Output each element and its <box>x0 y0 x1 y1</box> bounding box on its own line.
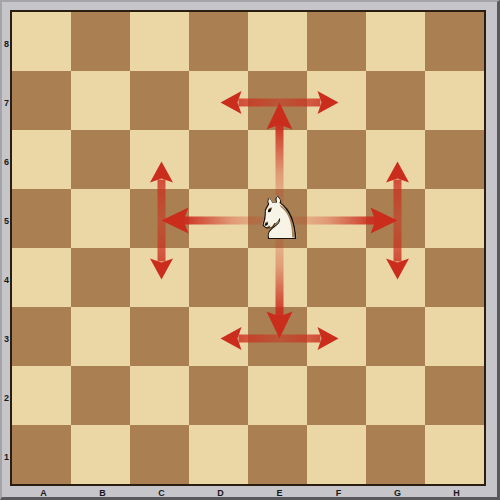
file-label-h: H <box>448 487 466 499</box>
rank-label-1: 1 <box>0 451 13 463</box>
board-frame: 87654321ABCDEFGH ♞ ♘ <box>0 0 500 500</box>
rank-label-5: 5 <box>0 215 13 227</box>
square-a2[interactable] <box>12 366 71 425</box>
square-c8[interactable] <box>130 12 189 71</box>
square-b4[interactable] <box>71 248 130 307</box>
rank-label-4: 4 <box>0 274 13 286</box>
square-e7[interactable] <box>248 71 307 130</box>
file-label-c: C <box>153 487 171 499</box>
square-e2[interactable] <box>248 366 307 425</box>
square-d5[interactable] <box>189 189 248 248</box>
square-a5[interactable] <box>12 189 71 248</box>
square-h8[interactable] <box>425 12 484 71</box>
square-g8[interactable] <box>366 12 425 71</box>
arrow-left-head <box>162 208 189 234</box>
square-b2[interactable] <box>71 366 130 425</box>
arrow-right-branch-head-a <box>386 162 409 183</box>
file-label-a: A <box>35 487 53 499</box>
square-h1[interactable] <box>425 425 484 484</box>
square-d6[interactable] <box>189 130 248 189</box>
square-b7[interactable] <box>71 71 130 130</box>
square-h3[interactable] <box>425 307 484 366</box>
rank-label-3: 3 <box>0 333 13 345</box>
square-g6[interactable] <box>366 130 425 189</box>
file-label-g: G <box>389 487 407 499</box>
arrow-down-branch-head-a <box>221 327 242 350</box>
square-e3[interactable] <box>248 307 307 366</box>
square-b1[interactable] <box>71 425 130 484</box>
square-c5[interactable] <box>130 189 189 248</box>
arrow-right-branch-shaft <box>394 180 402 262</box>
square-f1[interactable] <box>307 425 366 484</box>
arrow-left-branch-head-a <box>150 162 173 183</box>
square-g3[interactable] <box>366 307 425 366</box>
square-b6[interactable] <box>71 130 130 189</box>
square-d8[interactable] <box>189 12 248 71</box>
arrow-left-branch-shaft <box>158 180 166 262</box>
square-h7[interactable] <box>425 71 484 130</box>
square-c2[interactable] <box>130 366 189 425</box>
square-f6[interactable] <box>307 130 366 189</box>
white-knight[interactable]: ♞ ♘ <box>243 182 317 256</box>
file-label-b: B <box>94 487 112 499</box>
square-e1[interactable] <box>248 425 307 484</box>
square-a7[interactable] <box>12 71 71 130</box>
square-a3[interactable] <box>12 307 71 366</box>
rank-label-2: 2 <box>0 392 13 404</box>
chess-board <box>10 10 486 486</box>
square-f8[interactable] <box>307 12 366 71</box>
arrow-left-shaft <box>183 217 280 225</box>
square-d2[interactable] <box>189 366 248 425</box>
arrow-down-head <box>267 312 293 339</box>
square-g4[interactable] <box>366 248 425 307</box>
square-h6[interactable] <box>425 130 484 189</box>
arrow-up-branch-shaft <box>239 99 321 107</box>
square-d7[interactable] <box>189 71 248 130</box>
square-c3[interactable] <box>130 307 189 366</box>
square-a1[interactable] <box>12 425 71 484</box>
arrow-right-shaft <box>280 217 377 225</box>
square-c7[interactable] <box>130 71 189 130</box>
board-overlay: 87654321ABCDEFGH ♞ ♘ <box>0 0 500 500</box>
square-b5[interactable] <box>71 189 130 248</box>
square-c1[interactable] <box>130 425 189 484</box>
knight-move-arrows <box>0 0 500 500</box>
arrow-up-branch-head-b <box>318 91 339 114</box>
square-a4[interactable] <box>12 248 71 307</box>
square-b3[interactable] <box>71 307 130 366</box>
rank-label-6: 6 <box>0 156 13 168</box>
square-f4[interactable] <box>307 248 366 307</box>
square-f3[interactable] <box>307 307 366 366</box>
square-e6[interactable] <box>248 130 307 189</box>
square-b8[interactable] <box>71 12 130 71</box>
square-a8[interactable] <box>12 12 71 71</box>
arrow-up-head <box>267 103 293 130</box>
file-label-e: E <box>271 487 289 499</box>
square-f5[interactable] <box>307 189 366 248</box>
white-knight-fill-glyph: ♞ <box>243 182 317 256</box>
square-d4[interactable] <box>189 248 248 307</box>
arrow-up-branch-head-a <box>221 91 242 114</box>
square-g5[interactable] <box>366 189 425 248</box>
rank-label-7: 7 <box>0 97 13 109</box>
square-g2[interactable] <box>366 366 425 425</box>
square-c4[interactable] <box>130 248 189 307</box>
square-d3[interactable] <box>189 307 248 366</box>
square-e4[interactable] <box>248 248 307 307</box>
square-g1[interactable] <box>366 425 425 484</box>
square-g7[interactable] <box>366 71 425 130</box>
square-d1[interactable] <box>189 425 248 484</box>
arrow-right-branch-head-b <box>386 259 409 280</box>
rank-label-8: 8 <box>0 38 13 50</box>
arrow-down-branch-head-b <box>318 327 339 350</box>
file-label-d: D <box>212 487 230 499</box>
square-h4[interactable] <box>425 248 484 307</box>
square-f7[interactable] <box>307 71 366 130</box>
square-h2[interactable] <box>425 366 484 425</box>
square-a6[interactable] <box>12 130 71 189</box>
white-knight-outline-glyph: ♘ <box>243 182 317 256</box>
square-h5[interactable] <box>425 189 484 248</box>
arrow-down-shaft <box>276 221 284 318</box>
file-label-f: F <box>330 487 348 499</box>
square-e8[interactable] <box>248 12 307 71</box>
arrow-up-shaft <box>276 124 284 221</box>
square-e5[interactable] <box>248 189 307 248</box>
arrow-right-head <box>371 208 398 234</box>
arrow-down-branch-shaft <box>239 335 321 343</box>
arrow-left-branch-head-b <box>150 259 173 280</box>
square-f2[interactable] <box>307 366 366 425</box>
square-c6[interactable] <box>130 130 189 189</box>
